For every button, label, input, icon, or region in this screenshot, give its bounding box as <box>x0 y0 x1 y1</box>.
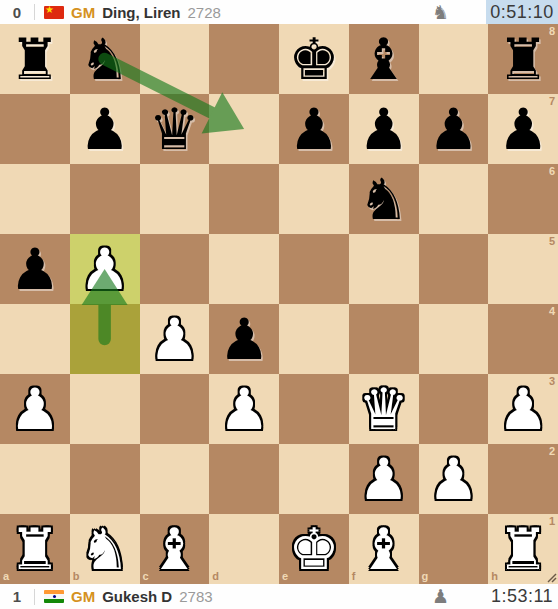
white-pawn-h3[interactable]: ♟ <box>488 374 558 444</box>
china-flag-icon: ★ <box>44 6 64 19</box>
black-rook-a8[interactable]: ♜ <box>0 24 70 94</box>
bottom-player-name: Gukesh D <box>102 588 172 605</box>
black-pawn-a5[interactable]: ♟ <box>0 234 70 304</box>
square-h6[interactable]: 6 <box>488 164 558 234</box>
square-b4[interactable] <box>70 304 140 374</box>
square-d5[interactable] <box>209 234 279 304</box>
white-king-e1[interactable]: ♚ <box>279 514 349 584</box>
square-g4[interactable] <box>419 304 489 374</box>
white-bishop-f1[interactable]: ♝ <box>349 514 419 584</box>
top-player-bar: 0 ★ GM Ding, Liren 2728 ♞ 0:51:10 <box>0 0 558 24</box>
flag-star: ★ <box>45 6 54 16</box>
bottom-player-score: 1 <box>0 588 34 605</box>
white-bishop-c1[interactable]: ♝ <box>140 514 210 584</box>
square-e5[interactable] <box>279 234 349 304</box>
bottom-player-rating: 2783 <box>179 588 212 605</box>
black-queen-c7[interactable]: ♛ <box>140 94 210 164</box>
flag-chakra <box>53 595 56 598</box>
square-g8[interactable] <box>419 24 489 94</box>
flag-stripe <box>44 599 64 603</box>
square-h5[interactable]: 5 <box>488 234 558 304</box>
square-h4[interactable]: 4 <box>488 304 558 374</box>
square-e2[interactable] <box>279 444 349 514</box>
pawn-icon: ♟ <box>432 587 449 606</box>
file-label-d: d <box>212 571 219 582</box>
white-pawn-f2[interactable]: ♟ <box>349 444 419 514</box>
square-d6[interactable] <box>209 164 279 234</box>
black-pawn-d4[interactable]: ♟ <box>209 304 279 374</box>
india-flag-icon <box>44 590 64 603</box>
black-king-e8[interactable]: ♚ <box>279 24 349 94</box>
top-player-score: 0 <box>0 4 34 21</box>
square-c2[interactable] <box>140 444 210 514</box>
file-label-g: g <box>422 571 429 582</box>
square-c6[interactable] <box>140 164 210 234</box>
black-knight-b8[interactable]: ♞ <box>70 24 140 94</box>
rank-label-5: 5 <box>549 236 555 247</box>
black-rook-h8[interactable]: ♜ <box>488 24 558 94</box>
square-a6[interactable] <box>0 164 70 234</box>
white-pawn-d3[interactable]: ♟ <box>209 374 279 444</box>
bottom-player-title-badge: GM <box>71 588 95 605</box>
white-pawn-b5[interactable]: ♟ <box>70 234 140 304</box>
square-a4[interactable] <box>0 304 70 374</box>
black-knight-f6[interactable]: ♞ <box>349 164 419 234</box>
white-rook-a1[interactable]: ♜ <box>0 514 70 584</box>
top-player-title-badge: GM <box>71 4 95 21</box>
square-b2[interactable] <box>70 444 140 514</box>
square-c8[interactable] <box>140 24 210 94</box>
black-bishop-f8[interactable]: ♝ <box>349 24 419 94</box>
square-d2[interactable] <box>209 444 279 514</box>
top-player-rating: 2728 <box>188 4 221 21</box>
knight-icon: ♞ <box>432 3 449 22</box>
rank-label-2: 2 <box>549 446 555 457</box>
white-pawn-g2[interactable]: ♟ <box>419 444 489 514</box>
rank-label-4: 4 <box>549 306 555 317</box>
separator <box>34 4 35 20</box>
white-pawn-c4[interactable]: ♟ <box>140 304 210 374</box>
square-b6[interactable] <box>70 164 140 234</box>
square-a2[interactable] <box>0 444 70 514</box>
square-e6[interactable] <box>279 164 349 234</box>
square-e3[interactable] <box>279 374 349 444</box>
square-d1[interactable]: d <box>209 514 279 584</box>
square-e4[interactable] <box>279 304 349 374</box>
black-pawn-b7[interactable]: ♟ <box>70 94 140 164</box>
square-g6[interactable] <box>419 164 489 234</box>
square-c5[interactable] <box>140 234 210 304</box>
square-f5[interactable] <box>349 234 419 304</box>
black-pawn-e7[interactable]: ♟ <box>279 94 349 164</box>
chess-board[interactable]: 8765432abcdefg1h ♜♞♚♝♜♟♛♟♟♟♟♞♟♟♟♟♟♟♛♟♟♟♜… <box>0 24 558 584</box>
rank-label-6: 6 <box>549 166 555 177</box>
black-pawn-f7[interactable]: ♟ <box>349 94 419 164</box>
square-g3[interactable] <box>419 374 489 444</box>
white-pawn-a3[interactable]: ♟ <box>0 374 70 444</box>
board-resize-grip[interactable] <box>544 570 558 584</box>
black-pawn-g7[interactable]: ♟ <box>419 94 489 164</box>
square-d7[interactable] <box>209 94 279 164</box>
square-a7[interactable] <box>0 94 70 164</box>
square-g1[interactable]: g <box>419 514 489 584</box>
top-player-clock: 0:51:10 <box>486 0 558 24</box>
bottom-player-bar: 1 GM Gukesh D 2783 ♟ 1:53:11 <box>0 584 558 609</box>
white-knight-b1[interactable]: ♞ <box>70 514 140 584</box>
square-c3[interactable] <box>140 374 210 444</box>
square-g5[interactable] <box>419 234 489 304</box>
square-f4[interactable] <box>349 304 419 374</box>
white-queen-f3[interactable]: ♛ <box>349 374 419 444</box>
top-player-name: Ding, Liren <box>102 4 180 21</box>
separator <box>34 589 35 605</box>
square-b3[interactable] <box>70 374 140 444</box>
black-pawn-h7[interactable]: ♟ <box>488 94 558 164</box>
square-d8[interactable] <box>209 24 279 94</box>
bottom-player-clock: 1:53:11 <box>486 584 558 609</box>
square-h2[interactable]: 2 <box>488 444 558 514</box>
